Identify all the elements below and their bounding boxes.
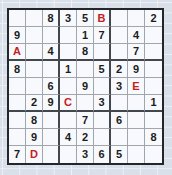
- cell-r5c8-marker-E[interactable]: E: [128, 78, 145, 95]
- cell-r7c5[interactable]: 7: [77, 112, 94, 129]
- cell-r8c8[interactable]: [128, 129, 145, 146]
- cell-r9c6[interactable]: 6: [94, 146, 111, 163]
- cell-r6c6[interactable]: 3: [94, 95, 111, 112]
- cell-r4c9[interactable]: [145, 61, 162, 78]
- cell-r3c7[interactable]: [111, 44, 128, 61]
- cell-r9c4[interactable]: [60, 146, 77, 163]
- cell-r5c7[interactable]: 3: [111, 78, 128, 95]
- cell-r1c4[interactable]: 3: [60, 10, 77, 27]
- cell-r6c4-marker-C[interactable]: C: [60, 95, 77, 112]
- cell-r2c2[interactable]: [26, 27, 43, 44]
- sudoku-board: 835B29174A48781529693E29C3187694287D365: [7, 8, 164, 165]
- cell-r7c1[interactable]: [9, 112, 26, 129]
- cell-r7c2[interactable]: 8: [26, 112, 43, 129]
- cell-r9c8[interactable]: [128, 146, 145, 163]
- cell-r5c9[interactable]: [145, 78, 162, 95]
- cell-r3c1-marker-A[interactable]: A: [9, 44, 26, 61]
- cell-r6c1[interactable]: [9, 95, 26, 112]
- cell-r4c6[interactable]: 5: [94, 61, 111, 78]
- cell-r8c6[interactable]: [94, 129, 111, 146]
- cell-r8c1[interactable]: [9, 129, 26, 146]
- cell-r7c3[interactable]: [43, 112, 60, 129]
- cell-r6c8[interactable]: [128, 95, 145, 112]
- cell-r6c7[interactable]: [111, 95, 128, 112]
- page-background: 835B29174A48781529693E29C3187694287D365: [0, 0, 172, 175]
- cell-r2c6[interactable]: 7: [94, 27, 111, 44]
- cell-r2c1[interactable]: 9: [9, 27, 26, 44]
- cell-r7c6[interactable]: [94, 112, 111, 129]
- cell-r5c3[interactable]: 6: [43, 78, 60, 95]
- cell-r3c6[interactable]: [94, 44, 111, 61]
- cell-r2c8[interactable]: 4: [128, 27, 145, 44]
- cell-r9c3[interactable]: [43, 146, 60, 163]
- cell-r5c4[interactable]: [60, 78, 77, 95]
- cell-r1c6-marker-B[interactable]: B: [94, 10, 111, 27]
- cell-r5c1[interactable]: [9, 78, 26, 95]
- cell-r3c5[interactable]: 8: [77, 44, 94, 61]
- cell-r1c8[interactable]: [128, 10, 145, 27]
- cell-r1c9[interactable]: 2: [145, 10, 162, 27]
- cell-r8c4[interactable]: 4: [60, 129, 77, 146]
- cell-r2c5[interactable]: 1: [77, 27, 94, 44]
- cell-r1c2[interactable]: [26, 10, 43, 27]
- cell-r4c1[interactable]: 8: [9, 61, 26, 78]
- cell-r2c7[interactable]: [111, 27, 128, 44]
- cell-r9c9[interactable]: [145, 146, 162, 163]
- cell-r4c2[interactable]: [26, 61, 43, 78]
- cell-r1c5[interactable]: 5: [77, 10, 94, 27]
- cell-r7c9[interactable]: [145, 112, 162, 129]
- cell-r8c7[interactable]: [111, 129, 128, 146]
- cell-r3c3[interactable]: 4: [43, 44, 60, 61]
- cell-r5c2[interactable]: [26, 78, 43, 95]
- cell-r4c4[interactable]: 1: [60, 61, 77, 78]
- cell-r7c4[interactable]: [60, 112, 77, 129]
- cell-r3c4[interactable]: [60, 44, 77, 61]
- cell-r7c8[interactable]: [128, 112, 145, 129]
- cell-r9c7[interactable]: 5: [111, 146, 128, 163]
- cell-r3c8[interactable]: 7: [128, 44, 145, 61]
- cell-r6c9[interactable]: 1: [145, 95, 162, 112]
- cell-r8c3[interactable]: [43, 129, 60, 146]
- cell-r5c5[interactable]: 9: [77, 78, 94, 95]
- cell-r2c4[interactable]: [60, 27, 77, 44]
- cell-r7c7[interactable]: 6: [111, 112, 128, 129]
- cell-r1c3[interactable]: 8: [43, 10, 60, 27]
- cell-r1c7[interactable]: [111, 10, 128, 27]
- cell-r8c9[interactable]: 8: [145, 129, 162, 146]
- cell-r4c8[interactable]: 9: [128, 61, 145, 78]
- cell-r9c2-marker-D[interactable]: D: [26, 146, 43, 163]
- cell-r1c1[interactable]: [9, 10, 26, 27]
- cell-r4c3[interactable]: [43, 61, 60, 78]
- cell-r6c2[interactable]: 2: [26, 95, 43, 112]
- cell-r5c6[interactable]: [94, 78, 111, 95]
- cell-r3c9[interactable]: [145, 44, 162, 61]
- cell-r6c3[interactable]: 9: [43, 95, 60, 112]
- cell-r4c7[interactable]: 2: [111, 61, 128, 78]
- cell-r8c2[interactable]: 9: [26, 129, 43, 146]
- cell-r2c9[interactable]: [145, 27, 162, 44]
- cell-r9c5[interactable]: 3: [77, 146, 94, 163]
- cell-r9c1[interactable]: 7: [9, 146, 26, 163]
- cell-r2c3[interactable]: [43, 27, 60, 44]
- cell-r8c5[interactable]: 2: [77, 129, 94, 146]
- cell-r4c5[interactable]: [77, 61, 94, 78]
- cell-r6c5[interactable]: [77, 95, 94, 112]
- cell-r3c2[interactable]: [26, 44, 43, 61]
